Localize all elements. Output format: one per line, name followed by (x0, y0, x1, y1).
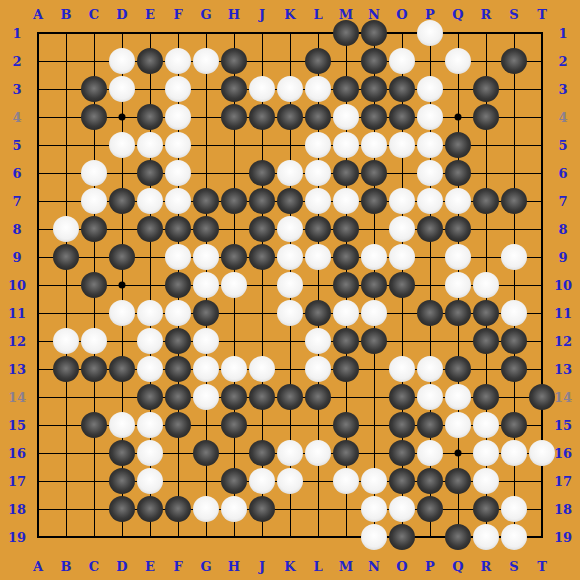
row-label-left: 11 (8, 307, 26, 320)
white-stone[interactable] (277, 216, 303, 242)
row-label-right: 18 (554, 503, 572, 516)
column-label-bottom: F (173, 560, 182, 573)
black-stone[interactable] (333, 356, 359, 382)
black-stone[interactable] (221, 188, 247, 214)
white-stone[interactable] (193, 328, 219, 354)
column-label-top: N (368, 8, 380, 21)
white-stone[interactable] (277, 300, 303, 326)
white-stone[interactable] (277, 160, 303, 186)
column-label-top: O (396, 8, 407, 21)
white-stone[interactable] (361, 244, 387, 270)
row-label-right: 15 (554, 419, 572, 432)
column-label-bottom: P (425, 560, 435, 573)
white-stone[interactable] (305, 76, 331, 102)
black-stone[interactable] (81, 104, 107, 130)
black-stone[interactable] (249, 496, 275, 522)
column-label-bottom: G (200, 560, 211, 573)
black-stone[interactable] (445, 160, 471, 186)
black-stone[interactable] (389, 76, 415, 102)
white-stone[interactable] (165, 300, 191, 326)
black-stone[interactable] (193, 440, 219, 466)
row-label-right: 5 (558, 139, 567, 152)
white-stone[interactable] (109, 132, 135, 158)
column-label-bottom: L (313, 560, 322, 573)
black-stone[interactable] (417, 216, 443, 242)
black-stone[interactable] (221, 468, 247, 494)
black-stone[interactable] (473, 384, 499, 410)
row-label-left: 12 (8, 335, 26, 348)
black-stone[interactable] (445, 300, 471, 326)
row-label-left: 19 (8, 531, 26, 544)
white-stone[interactable] (389, 132, 415, 158)
black-stone[interactable] (165, 412, 191, 438)
white-stone[interactable] (417, 132, 443, 158)
white-stone[interactable] (361, 524, 387, 550)
black-stone[interactable] (501, 328, 527, 354)
white-stone[interactable] (109, 76, 135, 102)
row-label-left: 1 (12, 27, 21, 40)
black-stone[interactable] (109, 356, 135, 382)
column-label-top: P (425, 8, 435, 21)
row-label-left: 16 (8, 447, 26, 460)
white-stone[interactable] (389, 496, 415, 522)
column-label-top: R (481, 8, 492, 21)
black-stone[interactable] (193, 188, 219, 214)
black-stone[interactable] (193, 300, 219, 326)
white-stone[interactable] (193, 384, 219, 410)
white-stone[interactable] (389, 188, 415, 214)
row-label-left: 5 (12, 139, 21, 152)
white-stone[interactable] (81, 188, 107, 214)
black-stone[interactable] (445, 356, 471, 382)
row-label-right: 12 (554, 335, 572, 348)
white-stone[interactable] (193, 272, 219, 298)
white-stone[interactable] (333, 132, 359, 158)
white-stone[interactable] (305, 356, 331, 382)
row-label-right: 11 (554, 307, 572, 320)
black-stone[interactable] (361, 328, 387, 354)
black-stone[interactable] (389, 468, 415, 494)
column-label-top: S (509, 8, 518, 21)
black-stone[interactable] (389, 384, 415, 410)
black-stone[interactable] (109, 440, 135, 466)
black-stone[interactable] (361, 20, 387, 46)
white-stone[interactable] (137, 440, 163, 466)
white-stone[interactable] (333, 468, 359, 494)
black-stone[interactable] (221, 412, 247, 438)
black-stone[interactable] (305, 300, 331, 326)
column-label-bottom: M (339, 560, 353, 573)
black-stone[interactable] (249, 216, 275, 242)
column-label-bottom: N (368, 560, 380, 573)
row-label-left: 18 (8, 503, 26, 516)
black-stone[interactable] (165, 496, 191, 522)
column-label-bottom: J (259, 560, 265, 573)
white-stone[interactable] (109, 300, 135, 326)
white-stone[interactable] (193, 48, 219, 74)
star-point (455, 114, 462, 121)
black-stone[interactable] (473, 104, 499, 130)
black-stone[interactable] (165, 216, 191, 242)
white-stone[interactable] (445, 48, 471, 74)
black-stone[interactable] (333, 20, 359, 46)
white-stone[interactable] (529, 440, 555, 466)
row-label-left: 17 (8, 475, 26, 488)
white-stone[interactable] (417, 384, 443, 410)
go-board[interactable]: AABBCCDDEEFFGGHHJJKKLLMMNNOOPPQQRRSSTT11… (0, 0, 580, 580)
black-stone[interactable] (249, 384, 275, 410)
black-stone[interactable] (165, 328, 191, 354)
black-stone[interactable] (137, 216, 163, 242)
black-stone[interactable] (389, 524, 415, 550)
black-stone[interactable] (361, 104, 387, 130)
column-label-top: T (537, 8, 547, 21)
white-stone[interactable] (277, 272, 303, 298)
white-stone[interactable] (501, 244, 527, 270)
black-stone[interactable] (445, 216, 471, 242)
white-stone[interactable] (361, 496, 387, 522)
row-label-right: 14 (554, 391, 572, 404)
black-stone[interactable] (109, 188, 135, 214)
black-stone[interactable] (81, 272, 107, 298)
black-stone[interactable] (165, 384, 191, 410)
row-label-right: 4 (558, 111, 567, 124)
white-stone[interactable] (361, 468, 387, 494)
black-stone[interactable] (417, 496, 443, 522)
white-stone[interactable] (137, 188, 163, 214)
black-stone[interactable] (333, 440, 359, 466)
column-label-top: B (61, 8, 72, 21)
black-stone[interactable] (221, 244, 247, 270)
white-stone[interactable] (165, 76, 191, 102)
black-stone[interactable] (361, 272, 387, 298)
white-stone[interactable] (81, 160, 107, 186)
black-stone[interactable] (361, 188, 387, 214)
column-label-top: L (313, 8, 322, 21)
white-stone[interactable] (361, 132, 387, 158)
white-stone[interactable] (417, 160, 443, 186)
black-stone[interactable] (249, 188, 275, 214)
column-label-bottom: Q (452, 560, 463, 573)
black-stone[interactable] (473, 76, 499, 102)
column-label-top: F (173, 8, 182, 21)
black-stone[interactable] (221, 104, 247, 130)
row-label-left: 9 (12, 251, 21, 264)
row-label-left: 6 (12, 167, 21, 180)
black-stone[interactable] (109, 468, 135, 494)
white-stone[interactable] (249, 76, 275, 102)
column-label-bottom: S (509, 560, 518, 573)
black-stone[interactable] (277, 104, 303, 130)
column-label-top: D (116, 8, 127, 21)
row-label-left: 13 (8, 363, 26, 376)
black-stone[interactable] (109, 496, 135, 522)
white-stone[interactable] (277, 244, 303, 270)
black-stone[interactable] (249, 104, 275, 130)
row-label-left: 4 (12, 111, 21, 124)
white-stone[interactable] (221, 356, 247, 382)
white-stone[interactable] (165, 160, 191, 186)
row-label-right: 10 (554, 279, 572, 292)
black-stone[interactable] (389, 104, 415, 130)
black-stone[interactable] (333, 216, 359, 242)
white-stone[interactable] (473, 440, 499, 466)
white-stone[interactable] (445, 272, 471, 298)
row-label-right: 19 (554, 531, 572, 544)
black-stone[interactable] (81, 216, 107, 242)
black-stone[interactable] (361, 160, 387, 186)
star-point (119, 282, 126, 289)
black-stone[interactable] (417, 468, 443, 494)
black-stone[interactable] (137, 384, 163, 410)
white-stone[interactable] (389, 244, 415, 270)
row-label-right: 8 (558, 223, 567, 236)
column-label-top: A (33, 8, 43, 21)
column-label-top: H (228, 8, 240, 21)
black-stone[interactable] (445, 132, 471, 158)
white-stone[interactable] (165, 104, 191, 130)
column-label-bottom: A (33, 560, 43, 573)
black-stone[interactable] (277, 384, 303, 410)
black-stone[interactable] (305, 216, 331, 242)
black-stone[interactable] (473, 300, 499, 326)
column-label-top: J (259, 8, 265, 21)
row-label-left: 15 (8, 419, 26, 432)
white-stone[interactable] (137, 132, 163, 158)
white-stone[interactable] (501, 496, 527, 522)
black-stone[interactable] (529, 384, 555, 410)
column-label-bottom: K (284, 560, 295, 573)
row-label-left: 14 (8, 391, 26, 404)
white-stone[interactable] (501, 300, 527, 326)
black-stone[interactable] (333, 76, 359, 102)
column-label-bottom: C (89, 560, 99, 573)
white-stone[interactable] (501, 440, 527, 466)
black-stone[interactable] (165, 272, 191, 298)
black-stone[interactable] (361, 76, 387, 102)
column-label-bottom: H (228, 560, 240, 573)
white-stone[interactable] (333, 300, 359, 326)
white-stone[interactable] (445, 384, 471, 410)
black-stone[interactable] (277, 188, 303, 214)
column-label-top: E (145, 8, 155, 21)
black-stone[interactable] (501, 48, 527, 74)
white-stone[interactable] (417, 440, 443, 466)
column-label-bottom: D (116, 560, 127, 573)
white-stone[interactable] (221, 272, 247, 298)
black-stone[interactable] (137, 496, 163, 522)
column-label-bottom: R (481, 560, 492, 573)
black-stone[interactable] (305, 48, 331, 74)
black-stone[interactable] (221, 384, 247, 410)
black-stone[interactable] (333, 160, 359, 186)
white-stone[interactable] (389, 356, 415, 382)
black-stone[interactable] (305, 384, 331, 410)
white-stone[interactable] (389, 216, 415, 242)
column-label-top: M (339, 8, 353, 21)
white-stone[interactable] (193, 356, 219, 382)
white-stone[interactable] (81, 328, 107, 354)
white-stone[interactable] (417, 104, 443, 130)
black-stone[interactable] (501, 412, 527, 438)
row-label-right: 9 (558, 251, 567, 264)
white-stone[interactable] (165, 48, 191, 74)
column-label-top: K (284, 8, 295, 21)
white-stone[interactable] (249, 468, 275, 494)
black-stone[interactable] (501, 356, 527, 382)
white-stone[interactable] (445, 244, 471, 270)
row-label-right: 13 (554, 363, 572, 376)
white-stone[interactable] (277, 76, 303, 102)
black-stone[interactable] (417, 412, 443, 438)
black-stone[interactable] (137, 160, 163, 186)
row-label-right: 3 (558, 83, 567, 96)
row-label-left: 2 (12, 55, 21, 68)
white-stone[interactable] (305, 132, 331, 158)
black-stone[interactable] (389, 412, 415, 438)
black-stone[interactable] (445, 468, 471, 494)
black-stone[interactable] (445, 524, 471, 550)
white-stone[interactable] (277, 440, 303, 466)
black-stone[interactable] (473, 496, 499, 522)
black-stone[interactable] (389, 440, 415, 466)
black-stone[interactable] (249, 244, 275, 270)
white-stone[interactable] (137, 356, 163, 382)
black-stone[interactable] (165, 356, 191, 382)
black-stone[interactable] (333, 272, 359, 298)
black-stone[interactable] (81, 356, 107, 382)
row-label-left: 7 (12, 195, 21, 208)
white-stone[interactable] (473, 272, 499, 298)
white-stone[interactable] (417, 356, 443, 382)
white-stone[interactable] (193, 244, 219, 270)
white-stone[interactable] (473, 524, 499, 550)
black-stone[interactable] (53, 244, 79, 270)
black-stone[interactable] (389, 272, 415, 298)
row-label-right: 1 (558, 27, 567, 40)
white-stone[interactable] (137, 468, 163, 494)
row-label-right: 2 (558, 55, 567, 68)
black-stone[interactable] (501, 188, 527, 214)
white-stone[interactable] (109, 48, 135, 74)
row-label-right: 16 (554, 447, 572, 460)
white-stone[interactable] (473, 468, 499, 494)
black-stone[interactable] (333, 244, 359, 270)
white-stone[interactable] (445, 412, 471, 438)
black-stone[interactable] (473, 328, 499, 354)
column-label-bottom: B (61, 560, 72, 573)
white-stone[interactable] (249, 356, 275, 382)
white-stone[interactable] (109, 412, 135, 438)
row-label-left: 3 (12, 83, 21, 96)
white-stone[interactable] (417, 76, 443, 102)
row-label-right: 6 (558, 167, 567, 180)
black-stone[interactable] (333, 328, 359, 354)
white-stone[interactable] (53, 328, 79, 354)
black-stone[interactable] (361, 48, 387, 74)
black-stone[interactable] (221, 76, 247, 102)
column-label-top: C (89, 8, 99, 21)
black-stone[interactable] (81, 412, 107, 438)
white-stone[interactable] (305, 160, 331, 186)
star-point (119, 114, 126, 121)
white-stone[interactable] (221, 496, 247, 522)
black-stone[interactable] (417, 300, 443, 326)
black-stone[interactable] (249, 440, 275, 466)
white-stone[interactable] (501, 524, 527, 550)
white-stone[interactable] (137, 412, 163, 438)
black-stone[interactable] (109, 244, 135, 270)
white-stone[interactable] (277, 468, 303, 494)
row-label-left: 10 (8, 279, 26, 292)
black-stone[interactable] (305, 104, 331, 130)
black-stone[interactable] (137, 104, 163, 130)
black-stone[interactable] (473, 188, 499, 214)
white-stone[interactable] (305, 328, 331, 354)
black-stone[interactable] (137, 48, 163, 74)
black-stone[interactable] (53, 356, 79, 382)
black-stone[interactable] (249, 160, 275, 186)
white-stone[interactable] (165, 188, 191, 214)
white-stone[interactable] (137, 300, 163, 326)
column-label-top: G (200, 8, 211, 21)
column-label-top: Q (452, 8, 463, 21)
white-stone[interactable] (417, 188, 443, 214)
white-stone[interactable] (137, 328, 163, 354)
white-stone[interactable] (333, 188, 359, 214)
white-stone[interactable] (165, 244, 191, 270)
column-label-bottom: O (396, 560, 407, 573)
white-stone[interactable] (53, 216, 79, 242)
column-label-bottom: T (537, 560, 547, 573)
black-stone[interactable] (221, 48, 247, 74)
row-label-right: 17 (554, 475, 572, 488)
black-stone[interactable] (333, 412, 359, 438)
white-stone[interactable] (193, 496, 219, 522)
grid-line-horizontal (37, 341, 543, 342)
white-stone[interactable] (305, 440, 331, 466)
black-stone[interactable] (81, 76, 107, 102)
row-label-left: 8 (12, 223, 21, 236)
column-label-bottom: E (145, 560, 155, 573)
white-stone[interactable] (417, 20, 443, 46)
row-label-right: 7 (558, 195, 567, 208)
white-stone[interactable] (165, 132, 191, 158)
white-stone[interactable] (445, 188, 471, 214)
white-stone[interactable] (389, 48, 415, 74)
black-stone[interactable] (193, 216, 219, 242)
white-stone[interactable] (305, 188, 331, 214)
white-stone[interactable] (305, 244, 331, 270)
star-point (455, 450, 462, 457)
white-stone[interactable] (473, 412, 499, 438)
white-stone[interactable] (333, 104, 359, 130)
white-stone[interactable] (361, 300, 387, 326)
